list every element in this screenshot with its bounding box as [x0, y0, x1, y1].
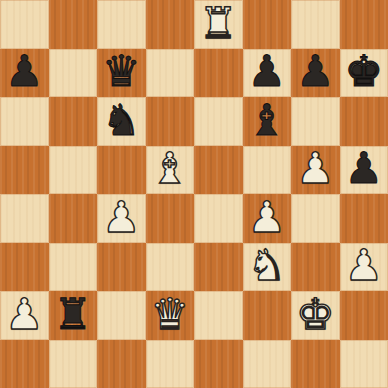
piece-black-pawn-f7[interactable]: ♟: [247, 50, 286, 93]
square-c5[interactable]: [97, 146, 146, 195]
square-f7[interactable]: ♟: [243, 49, 292, 98]
square-g7[interactable]: ♟: [291, 49, 340, 98]
square-c4[interactable]: ♟: [97, 194, 146, 243]
square-h8[interactable]: [340, 0, 388, 49]
piece-white-pawn-g5[interactable]: ♟: [296, 147, 335, 190]
square-g6[interactable]: [291, 97, 340, 146]
piece-white-pawn-h3[interactable]: ♟: [344, 244, 383, 287]
square-g8[interactable]: [291, 0, 340, 49]
square-d8[interactable]: [146, 0, 195, 49]
piece-black-king-h7[interactable]: ♚: [344, 50, 383, 93]
square-f2[interactable]: [243, 291, 292, 340]
square-b7[interactable]: [49, 49, 98, 98]
piece-black-pawn-g7[interactable]: ♟: [296, 50, 335, 93]
chess-board: ♜♟♛♟♟♚♞♝♝♟♟♟♟♞♟♟♜♛♚: [0, 0, 388, 388]
square-d6[interactable]: [146, 97, 195, 146]
square-g4[interactable]: [291, 194, 340, 243]
square-c1[interactable]: [97, 340, 146, 388]
square-f4[interactable]: ♟: [243, 194, 292, 243]
piece-white-rook-e8[interactable]: ♜: [199, 2, 238, 45]
piece-black-knight-c6[interactable]: ♞: [102, 99, 141, 142]
piece-white-knight-f3[interactable]: ♞: [247, 244, 286, 287]
piece-white-pawn-c4[interactable]: ♟: [102, 196, 141, 239]
square-f8[interactable]: [243, 0, 292, 49]
piece-white-pawn-a2[interactable]: ♟: [5, 293, 44, 336]
square-a3[interactable]: [0, 243, 49, 292]
piece-black-rook-b2[interactable]: ♜: [53, 293, 92, 336]
square-h6[interactable]: [340, 97, 388, 146]
square-e7[interactable]: [194, 49, 243, 98]
square-h4[interactable]: [340, 194, 388, 243]
square-e2[interactable]: [194, 291, 243, 340]
piece-white-king-g2[interactable]: ♚: [296, 293, 335, 336]
square-c7[interactable]: ♛: [97, 49, 146, 98]
square-d7[interactable]: [146, 49, 195, 98]
square-a7[interactable]: ♟: [0, 49, 49, 98]
square-c3[interactable]: [97, 243, 146, 292]
square-h1[interactable]: [340, 340, 388, 388]
square-h5[interactable]: ♟: [340, 146, 388, 195]
square-b3[interactable]: [49, 243, 98, 292]
square-f3[interactable]: ♞: [243, 243, 292, 292]
square-g2[interactable]: ♚: [291, 291, 340, 340]
square-d3[interactable]: [146, 243, 195, 292]
square-b2[interactable]: ♜: [49, 291, 98, 340]
square-d2[interactable]: ♛: [146, 291, 195, 340]
piece-white-bishop-d5[interactable]: ♝: [150, 147, 189, 190]
piece-white-queen-d2[interactable]: ♛: [150, 293, 189, 336]
square-h3[interactable]: ♟: [340, 243, 388, 292]
square-g1[interactable]: [291, 340, 340, 388]
piece-black-pawn-a7[interactable]: ♟: [5, 50, 44, 93]
square-c8[interactable]: [97, 0, 146, 49]
square-c2[interactable]: [97, 291, 146, 340]
square-e5[interactable]: [194, 146, 243, 195]
square-f1[interactable]: [243, 340, 292, 388]
square-g5[interactable]: ♟: [291, 146, 340, 195]
square-b8[interactable]: [49, 0, 98, 49]
square-b6[interactable]: [49, 97, 98, 146]
piece-black-pawn-h5[interactable]: ♟: [344, 147, 383, 190]
square-d1[interactable]: [146, 340, 195, 388]
square-e4[interactable]: [194, 194, 243, 243]
square-a1[interactable]: [0, 340, 49, 388]
chess-board-wrap: ♜♟♛♟♟♚♞♝♝♟♟♟♟♞♟♟♜♛♚: [0, 0, 388, 388]
piece-black-queen-c7[interactable]: ♛: [102, 50, 141, 93]
square-f6[interactable]: ♝: [243, 97, 292, 146]
square-a8[interactable]: [0, 0, 49, 49]
square-a2[interactable]: ♟: [0, 291, 49, 340]
square-h2[interactable]: [340, 291, 388, 340]
square-b1[interactable]: [49, 340, 98, 388]
square-d4[interactable]: [146, 194, 195, 243]
square-h7[interactable]: ♚: [340, 49, 388, 98]
square-e1[interactable]: [194, 340, 243, 388]
square-b4[interactable]: [49, 194, 98, 243]
square-c6[interactable]: ♞: [97, 97, 146, 146]
piece-black-bishop-f6[interactable]: ♝: [247, 99, 286, 142]
square-e8[interactable]: ♜: [194, 0, 243, 49]
square-a6[interactable]: [0, 97, 49, 146]
piece-white-pawn-f4[interactable]: ♟: [247, 196, 286, 239]
square-e6[interactable]: [194, 97, 243, 146]
square-e3[interactable]: [194, 243, 243, 292]
square-b5[interactable]: [49, 146, 98, 195]
square-a4[interactable]: [0, 194, 49, 243]
square-d5[interactable]: ♝: [146, 146, 195, 195]
square-f5[interactable]: [243, 146, 292, 195]
square-g3[interactable]: [291, 243, 340, 292]
square-a5[interactable]: [0, 146, 49, 195]
